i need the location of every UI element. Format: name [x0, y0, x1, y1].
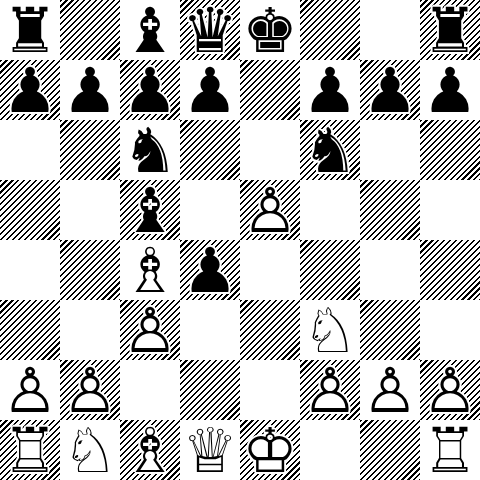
piece-black-king: ♚♚	[240, 0, 300, 60]
square-f4[interactable]	[300, 240, 360, 300]
square-e8[interactable]: ♚♚	[240, 0, 300, 60]
square-a1[interactable]: ♜♖	[0, 420, 60, 480]
square-d8[interactable]: ♛♛	[180, 0, 240, 60]
square-f2[interactable]: ♟♙	[300, 360, 360, 420]
square-c7[interactable]: ♟♟	[120, 60, 180, 120]
square-g4[interactable]	[360, 240, 420, 300]
square-g2[interactable]: ♟♙	[360, 360, 420, 420]
piece-black-bishop: ♝♝	[120, 0, 180, 60]
square-g3[interactable]	[360, 300, 420, 360]
square-g1[interactable]	[360, 420, 420, 480]
square-h8[interactable]: ♜♜	[420, 0, 480, 60]
square-b7[interactable]: ♟♟	[60, 60, 120, 120]
square-h2[interactable]: ♟♙	[420, 360, 480, 420]
piece-black-pawn: ♟♟	[120, 60, 180, 120]
square-a8[interactable]: ♜♜	[0, 0, 60, 60]
piece-white-knight: ♞♘	[300, 300, 360, 360]
square-e5[interactable]: ♟♙	[240, 180, 300, 240]
square-h1[interactable]: ♜♖	[420, 420, 480, 480]
piece-white-pawn: ♟♙	[360, 360, 420, 420]
square-f6[interactable]: ♞♞	[300, 120, 360, 180]
square-c5[interactable]: ♝♝	[120, 180, 180, 240]
square-h7[interactable]: ♟♟	[420, 60, 480, 120]
square-g7[interactable]: ♟♟	[360, 60, 420, 120]
square-d3[interactable]	[180, 300, 240, 360]
square-e3[interactable]	[240, 300, 300, 360]
square-d2[interactable]	[180, 360, 240, 420]
piece-white-knight: ♞♘	[60, 420, 120, 480]
square-e4[interactable]	[240, 240, 300, 300]
piece-black-pawn: ♟♟	[0, 60, 60, 120]
piece-white-pawn: ♟♙	[60, 360, 120, 420]
chess-board: ♜♜♝♝♛♛♚♚♜♜♟♟♟♟♟♟♟♟♟♟♟♟♟♟♞♞♞♞♝♝♟♙♝♗♟♟♟♙♞♘…	[0, 0, 480, 480]
square-g6[interactable]	[360, 120, 420, 180]
piece-black-pawn: ♟♟	[60, 60, 120, 120]
square-c3[interactable]: ♟♙	[120, 300, 180, 360]
square-a6[interactable]	[0, 120, 60, 180]
square-a2[interactable]: ♟♙	[0, 360, 60, 420]
piece-black-queen: ♛♛	[180, 0, 240, 60]
square-d7[interactable]: ♟♟	[180, 60, 240, 120]
square-f5[interactable]	[300, 180, 360, 240]
square-e7[interactable]	[240, 60, 300, 120]
piece-white-pawn: ♟♙	[240, 180, 300, 240]
square-c4[interactable]: ♝♗	[120, 240, 180, 300]
square-f8[interactable]	[300, 0, 360, 60]
square-g5[interactable]	[360, 180, 420, 240]
square-c8[interactable]: ♝♝	[120, 0, 180, 60]
square-f7[interactable]: ♟♟	[300, 60, 360, 120]
piece-black-pawn: ♟♟	[360, 60, 420, 120]
piece-white-rook: ♜♖	[420, 420, 480, 480]
piece-white-rook: ♜♖	[0, 420, 60, 480]
piece-black-rook: ♜♜	[420, 0, 480, 60]
piece-white-queen: ♛♕	[180, 420, 240, 480]
piece-black-knight: ♞♞	[120, 120, 180, 180]
square-f1[interactable]	[300, 420, 360, 480]
piece-white-pawn: ♟♙	[420, 360, 480, 420]
square-a7[interactable]: ♟♟	[0, 60, 60, 120]
square-e6[interactable]	[240, 120, 300, 180]
square-e2[interactable]	[240, 360, 300, 420]
square-h3[interactable]	[420, 300, 480, 360]
square-d1[interactable]: ♛♕	[180, 420, 240, 480]
square-b3[interactable]	[60, 300, 120, 360]
square-d4[interactable]: ♟♟	[180, 240, 240, 300]
square-e1[interactable]: ♚♔	[240, 420, 300, 480]
piece-white-pawn: ♟♙	[120, 300, 180, 360]
square-b6[interactable]	[60, 120, 120, 180]
piece-white-pawn: ♟♙	[300, 360, 360, 420]
piece-black-pawn: ♟♟	[420, 60, 480, 120]
piece-white-bishop: ♝♗	[120, 420, 180, 480]
square-h5[interactable]	[420, 180, 480, 240]
square-c6[interactable]: ♞♞	[120, 120, 180, 180]
piece-white-king: ♚♔	[240, 420, 300, 480]
square-b5[interactable]	[60, 180, 120, 240]
square-d5[interactable]	[180, 180, 240, 240]
piece-black-knight: ♞♞	[300, 120, 360, 180]
square-d6[interactable]	[180, 120, 240, 180]
piece-black-pawn: ♟♟	[180, 60, 240, 120]
square-h6[interactable]	[420, 120, 480, 180]
square-b1[interactable]: ♞♘	[60, 420, 120, 480]
square-h4[interactable]	[420, 240, 480, 300]
square-g8[interactable]	[360, 0, 420, 60]
square-f3[interactable]: ♞♘	[300, 300, 360, 360]
piece-black-bishop: ♝♝	[120, 180, 180, 240]
square-b2[interactable]: ♟♙	[60, 360, 120, 420]
square-b8[interactable]	[60, 0, 120, 60]
square-a5[interactable]	[0, 180, 60, 240]
square-a3[interactable]	[0, 300, 60, 360]
piece-white-bishop: ♝♗	[120, 240, 180, 300]
piece-black-rook: ♜♜	[0, 0, 60, 60]
piece-black-pawn: ♟♟	[180, 240, 240, 300]
square-c1[interactable]: ♝♗	[120, 420, 180, 480]
piece-white-pawn: ♟♙	[0, 360, 60, 420]
square-a4[interactable]	[0, 240, 60, 300]
square-b4[interactable]	[60, 240, 120, 300]
square-c2[interactable]	[120, 360, 180, 420]
piece-black-pawn: ♟♟	[300, 60, 360, 120]
